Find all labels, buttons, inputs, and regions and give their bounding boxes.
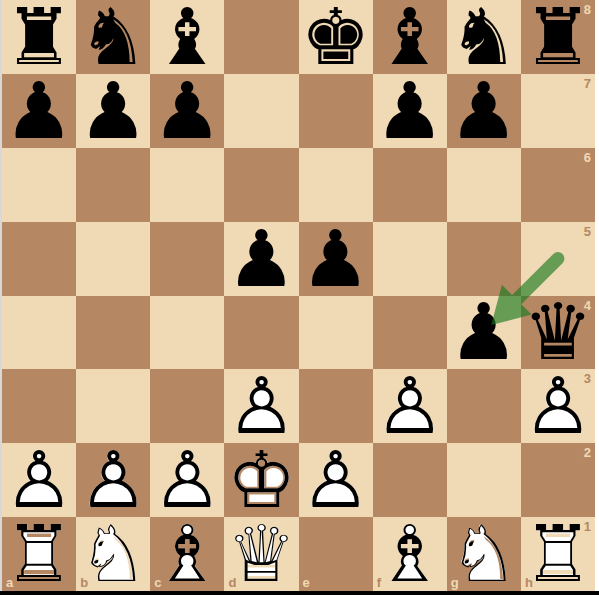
black-pawn: ♟ [373, 74, 447, 148]
white-pawn: ♟♙ [299, 443, 373, 517]
black-pawn: ♟ [2, 74, 76, 148]
piece-glyph: ♟ [224, 222, 298, 296]
square-c6[interactable] [150, 148, 224, 222]
square-h2[interactable]: 2 [521, 443, 595, 517]
square-a8[interactable]: ♜ [2, 0, 76, 74]
white-knight: ♞♘ [76, 517, 150, 591]
square-e5[interactable]: ♟ [299, 222, 373, 296]
square-f3[interactable]: ♟♙ [373, 369, 447, 443]
white-queen: ♛♕ [224, 517, 298, 591]
piece-glyph: ♟ [299, 222, 373, 296]
piece-outline: ♙ [2, 443, 76, 517]
piece-glyph: ♝ [150, 0, 224, 74]
square-g7[interactable]: ♟ [447, 74, 521, 148]
piece-outline: ♙ [299, 443, 373, 517]
chess-diagram: ♜♞♝♚♝♞8♜♟♟♟♟♟76♟♟5♟4♛♟♙♟♙3♟♙♟♙♟♙♟♙♚♔♟♙2a… [0, 0, 599, 595]
piece-outline: ♘ [447, 517, 521, 591]
piece-glyph: ♟ [2, 74, 76, 148]
black-knight: ♞ [447, 0, 521, 74]
rank-label-7: 7 [584, 77, 591, 90]
square-h1[interactable]: 1h♜♖ [521, 517, 595, 591]
square-c4[interactable] [150, 296, 224, 370]
square-d4[interactable] [224, 296, 298, 370]
piece-glyph: ♟ [447, 296, 521, 370]
square-a1[interactable]: a♜♖ [2, 517, 76, 591]
square-e7[interactable] [299, 74, 373, 148]
square-g2[interactable] [447, 443, 521, 517]
square-g5[interactable] [447, 222, 521, 296]
square-h8[interactable]: 8♜ [521, 0, 595, 74]
piece-outline: ♕ [224, 517, 298, 591]
white-rook: ♜♖ [2, 517, 76, 591]
black-pawn: ♟ [447, 296, 521, 370]
square-g1[interactable]: g♞♘ [447, 517, 521, 591]
square-f8[interactable]: ♝ [373, 0, 447, 74]
piece-glyph: ♛ [521, 296, 595, 370]
right-edge-strip [595, 0, 599, 591]
square-a4[interactable] [2, 296, 76, 370]
square-b4[interactable] [76, 296, 150, 370]
white-pawn: ♟♙ [224, 369, 298, 443]
square-b1[interactable]: b♞♘ [76, 517, 150, 591]
white-pawn: ♟♙ [373, 369, 447, 443]
square-f4[interactable] [373, 296, 447, 370]
square-c2[interactable]: ♟♙ [150, 443, 224, 517]
rank-label-6: 6 [584, 151, 591, 164]
piece-glyph: ♞ [76, 0, 150, 74]
square-a3[interactable] [2, 369, 76, 443]
square-d8[interactable] [224, 0, 298, 74]
file-label-e: e [303, 576, 310, 589]
square-g4[interactable]: ♟ [447, 296, 521, 370]
square-h4[interactable]: 4♛ [521, 296, 595, 370]
black-pawn: ♟ [447, 74, 521, 148]
piece-outline: ♗ [150, 517, 224, 591]
black-bishop: ♝ [373, 0, 447, 74]
piece-outline: ♘ [76, 517, 150, 591]
square-a7[interactable]: ♟ [2, 74, 76, 148]
piece-outline: ♖ [521, 517, 595, 591]
piece-outline: ♙ [373, 369, 447, 443]
square-e4[interactable] [299, 296, 373, 370]
piece-outline: ♙ [76, 443, 150, 517]
piece-glyph: ♞ [447, 0, 521, 74]
rank-label-5: 5 [584, 225, 591, 238]
black-knight: ♞ [76, 0, 150, 74]
black-bishop: ♝ [150, 0, 224, 74]
square-b6[interactable] [76, 148, 150, 222]
rank-label-2: 2 [584, 446, 591, 459]
square-h7[interactable]: 7 [521, 74, 595, 148]
piece-glyph: ♜ [521, 0, 595, 74]
black-rook: ♜ [2, 0, 76, 74]
square-d1[interactable]: d♛♕ [224, 517, 298, 591]
square-f7[interactable]: ♟ [373, 74, 447, 148]
white-pawn: ♟♙ [150, 443, 224, 517]
square-d5[interactable]: ♟ [224, 222, 298, 296]
square-e6[interactable] [299, 148, 373, 222]
square-d3[interactable]: ♟♙ [224, 369, 298, 443]
square-c1[interactable]: c♝♗ [150, 517, 224, 591]
square-b2[interactable]: ♟♙ [76, 443, 150, 517]
square-c8[interactable]: ♝ [150, 0, 224, 74]
square-b5[interactable] [76, 222, 150, 296]
white-bishop: ♝♗ [150, 517, 224, 591]
square-f6[interactable] [373, 148, 447, 222]
piece-outline: ♙ [150, 443, 224, 517]
square-e2[interactable]: ♟♙ [299, 443, 373, 517]
square-b8[interactable]: ♞ [76, 0, 150, 74]
square-g6[interactable] [447, 148, 521, 222]
square-b3[interactable] [76, 369, 150, 443]
black-pawn: ♟ [299, 222, 373, 296]
square-c3[interactable] [150, 369, 224, 443]
black-pawn: ♟ [150, 74, 224, 148]
square-a5[interactable] [2, 222, 76, 296]
square-d2[interactable]: ♚♔ [224, 443, 298, 517]
black-pawn: ♟ [224, 222, 298, 296]
square-e1[interactable]: e [299, 517, 373, 591]
square-c7[interactable]: ♟ [150, 74, 224, 148]
piece-glyph: ♟ [76, 74, 150, 148]
piece-glyph: ♚ [299, 0, 373, 74]
square-c5[interactable] [150, 222, 224, 296]
white-bishop: ♝♗ [373, 517, 447, 591]
square-h3[interactable]: 3♟♙ [521, 369, 595, 443]
left-edge-strip [0, 0, 2, 591]
black-pawn: ♟ [76, 74, 150, 148]
square-a2[interactable]: ♟♙ [2, 443, 76, 517]
square-g8[interactable]: ♞ [447, 0, 521, 74]
white-king: ♚♔ [224, 443, 298, 517]
square-f1[interactable]: f♝♗ [373, 517, 447, 591]
piece-glyph: ♝ [373, 0, 447, 74]
square-e8[interactable]: ♚ [299, 0, 373, 74]
piece-glyph: ♟ [150, 74, 224, 148]
square-b7[interactable]: ♟ [76, 74, 150, 148]
bottom-edge-strip [0, 591, 599, 595]
piece-outline: ♙ [224, 369, 298, 443]
piece-outline: ♔ [224, 443, 298, 517]
piece-outline: ♖ [2, 517, 76, 591]
square-e3[interactable] [299, 369, 373, 443]
black-king: ♚ [299, 0, 373, 74]
square-d6[interactable] [224, 148, 298, 222]
white-pawn: ♟♙ [76, 443, 150, 517]
piece-glyph: ♟ [373, 74, 447, 148]
square-h6[interactable]: 6 [521, 148, 595, 222]
white-pawn: ♟♙ [521, 369, 595, 443]
square-d7[interactable] [224, 74, 298, 148]
white-knight: ♞♘ [447, 517, 521, 591]
chess-board: ♜♞♝♚♝♞8♜♟♟♟♟♟76♟♟5♟4♛♟♙♟♙3♟♙♟♙♟♙♟♙♚♔♟♙2a… [2, 0, 595, 591]
black-rook: ♜ [521, 0, 595, 74]
piece-outline: ♗ [373, 517, 447, 591]
square-g3[interactable] [447, 369, 521, 443]
white-pawn: ♟♙ [2, 443, 76, 517]
piece-outline: ♙ [521, 369, 595, 443]
square-f2[interactable] [373, 443, 447, 517]
piece-glyph: ♜ [2, 0, 76, 74]
square-a6[interactable] [2, 148, 76, 222]
piece-glyph: ♟ [447, 74, 521, 148]
square-f5[interactable] [373, 222, 447, 296]
black-queen: ♛ [521, 296, 595, 370]
square-h5[interactable]: 5 [521, 222, 595, 296]
white-rook: ♜♖ [521, 517, 595, 591]
